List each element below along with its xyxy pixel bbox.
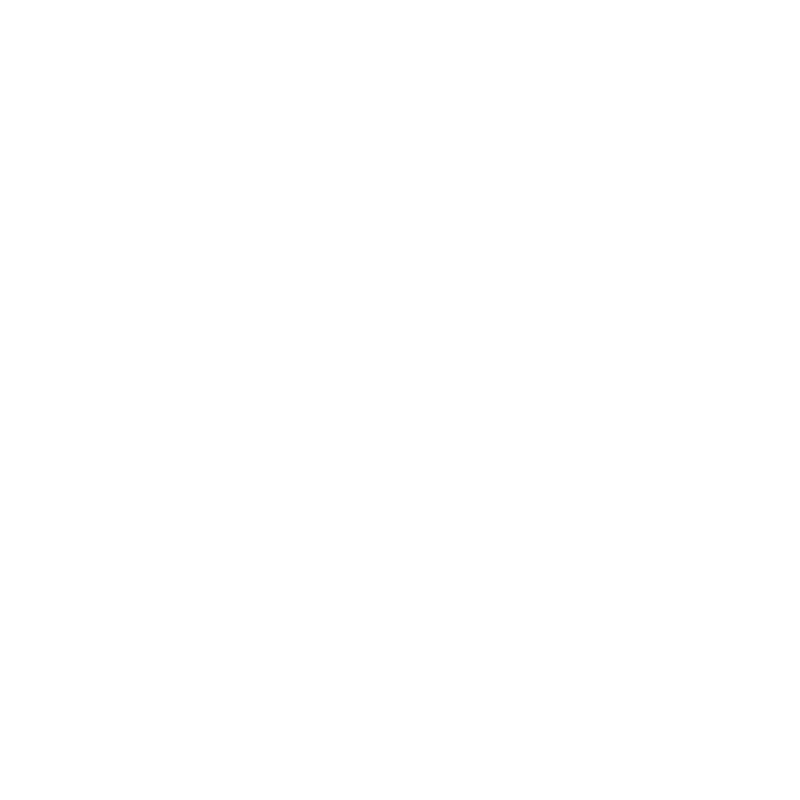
chess-box-product-photo: [0, 0, 800, 800]
